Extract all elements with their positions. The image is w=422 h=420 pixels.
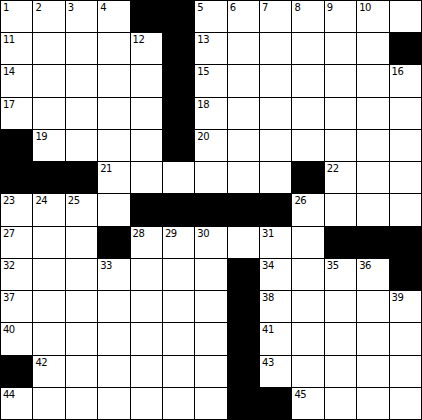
cell-r7c11[interactable] (325, 194, 356, 225)
black-cell-r7c5 (131, 194, 162, 225)
cell-r1c13[interactable] (390, 1, 421, 32)
black-cell-r6c10 (292, 162, 323, 193)
clue-number-29: 29 (165, 227, 177, 240)
cell-r8c8[interactable] (228, 227, 259, 258)
cell-r13c12[interactable] (357, 388, 388, 419)
cell-r11c11[interactable] (325, 323, 356, 354)
cell-r11c5[interactable] (131, 323, 162, 354)
clue-number-1: 1 (3, 1, 9, 14)
cell-r10c11[interactable] (325, 291, 356, 322)
cell-r4c12[interactable] (357, 98, 388, 129)
clue-number-22: 22 (327, 162, 339, 175)
cell-r6c9[interactable] (260, 162, 291, 193)
cell-r1c7[interactable]: 5 (195, 1, 226, 32)
cell-r12c11[interactable] (325, 356, 356, 387)
cell-r13c6[interactable] (163, 388, 194, 419)
cell-r10c12[interactable] (357, 291, 388, 322)
cell-r10c9[interactable]: 38 (260, 291, 291, 322)
black-cell-r6c1 (1, 162, 32, 193)
cell-r2c12[interactable] (357, 33, 388, 64)
black-cell-r2c13 (390, 33, 421, 64)
black-cell-r9c13 (390, 259, 421, 290)
cell-r6c6[interactable] (163, 162, 194, 193)
black-cell-r7c9 (260, 194, 291, 225)
cell-r5c8[interactable] (228, 130, 259, 161)
cell-r2c5[interactable]: 12 (131, 33, 162, 64)
cell-r8c6[interactable]: 29 (163, 227, 194, 258)
cell-r13c11[interactable] (325, 388, 356, 419)
cell-r11c3[interactable] (66, 323, 97, 354)
clue-number-36: 36 (359, 259, 371, 272)
clue-number-11: 11 (3, 33, 15, 46)
cell-r10c4[interactable] (98, 291, 129, 322)
clue-number-33: 33 (100, 259, 112, 272)
cell-r6c7[interactable] (195, 162, 226, 193)
cell-r10c1[interactable]: 37 (1, 291, 32, 322)
clue-number-6: 6 (230, 1, 236, 14)
black-cell-r13c8 (228, 388, 259, 419)
cell-r11c4[interactable] (98, 323, 129, 354)
clue-number-2: 2 (35, 1, 41, 14)
cell-r8c5[interactable]: 28 (131, 227, 162, 258)
cell-r1c2[interactable]: 2 (33, 1, 64, 32)
cell-r12c9[interactable]: 43 (260, 356, 291, 387)
cell-r9c6[interactable] (163, 259, 194, 290)
clue-number-26: 26 (294, 194, 306, 207)
clue-number-8: 8 (294, 1, 300, 14)
clue-number-9: 9 (327, 1, 333, 14)
cell-r10c6[interactable] (163, 291, 194, 322)
cell-r13c10[interactable]: 45 (292, 388, 323, 419)
black-cell-r5c6 (163, 130, 194, 161)
clue-number-7: 7 (262, 1, 268, 14)
crossword-grid: 1234567891011121314151617181920212223242… (0, 0, 422, 420)
cell-r7c12[interactable] (357, 194, 388, 225)
clue-number-44: 44 (3, 388, 15, 401)
cell-r8c3[interactable] (66, 227, 97, 258)
cell-r2c3[interactable] (66, 33, 97, 64)
cell-r2c8[interactable] (228, 33, 259, 64)
black-cell-r11c8 (228, 323, 259, 354)
clue-number-20: 20 (197, 130, 209, 143)
clue-number-17: 17 (3, 98, 15, 111)
cell-r1c12[interactable]: 10 (357, 1, 388, 32)
cell-r3c2[interactable] (33, 65, 64, 96)
cell-r1c4[interactable]: 4 (98, 1, 129, 32)
cell-r3c1[interactable]: 14 (1, 65, 32, 96)
cell-r6c11[interactable]: 22 (325, 162, 356, 193)
cell-r2c1[interactable]: 11 (1, 33, 32, 64)
black-cell-r2c6 (163, 33, 194, 64)
cell-r5c13[interactable] (390, 130, 421, 161)
cell-r5c10[interactable] (292, 130, 323, 161)
black-cell-r1c5 (131, 1, 162, 32)
clue-number-15: 15 (197, 65, 209, 78)
cell-r2c11[interactable] (325, 33, 356, 64)
clue-number-18: 18 (197, 98, 209, 111)
cell-r1c8[interactable]: 6 (228, 1, 259, 32)
black-cell-r6c2 (33, 162, 64, 193)
cell-r9c1[interactable]: 32 (1, 259, 32, 290)
black-cell-r3c6 (163, 65, 194, 96)
black-cell-r8c13 (390, 227, 421, 258)
cell-r6c4[interactable]: 21 (98, 162, 129, 193)
cell-r9c9[interactable]: 34 (260, 259, 291, 290)
clue-number-37: 37 (3, 291, 15, 304)
cell-r11c7[interactable] (195, 323, 226, 354)
cell-r11c9[interactable]: 41 (260, 323, 291, 354)
cell-r3c10[interactable] (292, 65, 323, 96)
clue-number-19: 19 (35, 130, 47, 143)
cell-r10c3[interactable] (66, 291, 97, 322)
clue-number-28: 28 (133, 227, 145, 240)
cell-r12c4[interactable] (98, 356, 129, 387)
clue-number-34: 34 (262, 259, 274, 272)
black-cell-r7c7 (195, 194, 226, 225)
cell-r5c3[interactable] (66, 130, 97, 161)
cell-r5c9[interactable] (260, 130, 291, 161)
cell-r8c2[interactable] (33, 227, 64, 258)
cell-r2c2[interactable] (33, 33, 64, 64)
cell-r2c9[interactable] (260, 33, 291, 64)
cell-r9c5[interactable] (131, 259, 162, 290)
clue-number-5: 5 (197, 1, 203, 14)
cell-r7c4[interactable] (98, 194, 129, 225)
cell-r13c7[interactable] (195, 388, 226, 419)
black-cell-r1c6 (163, 1, 194, 32)
cell-r1c11[interactable]: 9 (325, 1, 356, 32)
cell-r5c2[interactable]: 19 (33, 130, 64, 161)
cell-r12c7[interactable] (195, 356, 226, 387)
cell-r5c11[interactable] (325, 130, 356, 161)
cell-r12c6[interactable] (163, 356, 194, 387)
cell-r9c7[interactable] (195, 259, 226, 290)
cell-r3c8[interactable] (228, 65, 259, 96)
black-cell-r8c12 (357, 227, 388, 258)
cell-r13c3[interactable] (66, 388, 97, 419)
cell-r10c2[interactable] (33, 291, 64, 322)
clue-number-3: 3 (68, 1, 74, 14)
cell-r11c13[interactable] (390, 323, 421, 354)
clue-number-30: 30 (197, 227, 209, 240)
cell-r4c7[interactable]: 18 (195, 98, 226, 129)
cell-r6c5[interactable] (131, 162, 162, 193)
clue-number-10: 10 (359, 1, 371, 14)
cell-r4c11[interactable] (325, 98, 356, 129)
cell-r10c10[interactable] (292, 291, 323, 322)
cell-r11c10[interactable] (292, 323, 323, 354)
cell-r13c4[interactable] (98, 388, 129, 419)
cell-r9c12[interactable]: 36 (357, 259, 388, 290)
cell-r1c1[interactable]: 1 (1, 1, 32, 32)
cell-r9c3[interactable] (66, 259, 97, 290)
clue-number-35: 35 (327, 259, 339, 272)
clue-number-4: 4 (100, 1, 106, 14)
cell-r6c12[interactable] (357, 162, 388, 193)
clue-number-14: 14 (3, 65, 15, 78)
cell-r9c2[interactable] (33, 259, 64, 290)
cell-r9c4[interactable]: 33 (98, 259, 129, 290)
cell-r8c9[interactable]: 31 (260, 227, 291, 258)
cell-r12c5[interactable] (131, 356, 162, 387)
cell-r3c13[interactable]: 16 (390, 65, 421, 96)
cell-r4c10[interactable] (292, 98, 323, 129)
black-cell-r7c8 (228, 194, 259, 225)
cell-r10c5[interactable] (131, 291, 162, 322)
cell-r13c1[interactable]: 44 (1, 388, 32, 419)
cell-r9c10[interactable] (292, 259, 323, 290)
black-cell-r7c6 (163, 194, 194, 225)
cell-r4c1[interactable]: 17 (1, 98, 32, 129)
cell-r8c10[interactable] (292, 227, 323, 258)
black-cell-r12c8 (228, 356, 259, 387)
clue-number-12: 12 (133, 33, 145, 46)
cell-r13c5[interactable] (131, 388, 162, 419)
cell-r3c7[interactable]: 15 (195, 65, 226, 96)
cell-r11c12[interactable] (357, 323, 388, 354)
cell-r4c4[interactable] (98, 98, 129, 129)
clue-number-27: 27 (3, 227, 15, 240)
clue-number-40: 40 (3, 323, 15, 336)
black-cell-r5c1 (1, 130, 32, 161)
cell-r8c7[interactable]: 30 (195, 227, 226, 258)
cell-r3c12[interactable] (357, 65, 388, 96)
cell-r5c4[interactable] (98, 130, 129, 161)
cell-r8c1[interactable]: 27 (1, 227, 32, 258)
cell-r10c7[interactable] (195, 291, 226, 322)
cell-r6c8[interactable] (228, 162, 259, 193)
clue-number-21: 21 (100, 162, 112, 175)
cell-r3c4[interactable] (98, 65, 129, 96)
black-cell-r10c8 (228, 291, 259, 322)
cell-r11c6[interactable] (163, 323, 194, 354)
cell-r4c2[interactable] (33, 98, 64, 129)
cell-r4c3[interactable] (66, 98, 97, 129)
cell-r1c10[interactable]: 8 (292, 1, 323, 32)
clue-number-45: 45 (294, 388, 306, 401)
cell-r7c10[interactable]: 26 (292, 194, 323, 225)
cell-r2c7[interactable]: 13 (195, 33, 226, 64)
cell-r1c3[interactable]: 3 (66, 1, 97, 32)
cell-r2c10[interactable] (292, 33, 323, 64)
black-cell-r4c6 (163, 98, 194, 129)
clue-number-41: 41 (262, 323, 274, 336)
cell-r1c9[interactable]: 7 (260, 1, 291, 32)
black-cell-r12c1 (1, 356, 32, 387)
cell-r12c2[interactable]: 42 (33, 356, 64, 387)
cell-r5c7[interactable]: 20 (195, 130, 226, 161)
clue-number-23: 23 (3, 194, 15, 207)
cell-r7c3[interactable]: 25 (66, 194, 97, 225)
cell-r10c13[interactable]: 39 (390, 291, 421, 322)
black-cell-r13c9 (260, 388, 291, 419)
cell-r4c9[interactable] (260, 98, 291, 129)
cell-r13c2[interactable] (33, 388, 64, 419)
cell-r11c2[interactable] (33, 323, 64, 354)
page: 1234567891011121314151617181920212223242… (0, 0, 422, 420)
cell-r9c11[interactable]: 35 (325, 259, 356, 290)
cell-r3c3[interactable] (66, 65, 97, 96)
cell-r7c1[interactable]: 23 (1, 194, 32, 225)
clue-number-39: 39 (392, 291, 404, 304)
clue-number-24: 24 (35, 194, 47, 207)
clue-number-31: 31 (262, 227, 274, 240)
cell-r11c1[interactable]: 40 (1, 323, 32, 354)
cell-r7c13[interactable] (390, 194, 421, 225)
black-cell-r9c8 (228, 259, 259, 290)
clue-number-32: 32 (3, 259, 15, 272)
cell-r12c13[interactable] (390, 356, 421, 387)
cell-r5c12[interactable] (357, 130, 388, 161)
cell-r2c4[interactable] (98, 33, 129, 64)
cell-r12c3[interactable] (66, 356, 97, 387)
cell-r5c5[interactable] (131, 130, 162, 161)
cell-r7c2[interactable]: 24 (33, 194, 64, 225)
black-cell-r8c4 (98, 227, 129, 258)
cell-r4c13[interactable] (390, 98, 421, 129)
black-cell-r8c11 (325, 227, 356, 258)
clue-number-13: 13 (197, 33, 209, 46)
black-cell-r6c3 (66, 162, 97, 193)
cell-r12c12[interactable] (357, 356, 388, 387)
cell-r3c5[interactable] (131, 65, 162, 96)
cell-r3c11[interactable] (325, 65, 356, 96)
cell-r12c10[interactable] (292, 356, 323, 387)
cell-r4c8[interactable] (228, 98, 259, 129)
clue-number-25: 25 (68, 194, 80, 207)
cell-r3c9[interactable] (260, 65, 291, 96)
cell-r4c5[interactable] (131, 98, 162, 129)
clue-number-38: 38 (262, 291, 274, 304)
clue-number-43: 43 (262, 356, 274, 369)
clue-number-16: 16 (392, 65, 404, 78)
cell-r13c13[interactable] (390, 388, 421, 419)
cell-r6c13[interactable] (390, 162, 421, 193)
clue-number-42: 42 (35, 356, 47, 369)
